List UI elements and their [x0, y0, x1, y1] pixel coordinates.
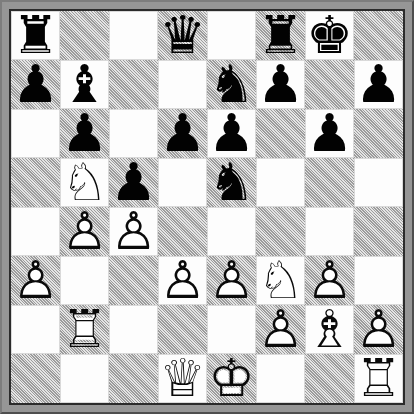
black-rook[interactable]: ♜ [11, 11, 60, 60]
piece-outline-glyph: ♙ [256, 305, 305, 354]
white-pawn[interactable]: ♟♙ [354, 305, 403, 354]
square-b8[interactable] [60, 11, 109, 60]
square-h6[interactable] [354, 109, 403, 158]
square-h3[interactable] [354, 256, 403, 305]
square-b2[interactable]: ♜♖ [60, 305, 109, 354]
white-pawn[interactable]: ♟♙ [60, 207, 109, 256]
square-h7[interactable]: ♟ [354, 60, 403, 109]
black-king[interactable]: ♚ [305, 11, 354, 60]
square-c6[interactable] [109, 109, 158, 158]
white-pawn[interactable]: ♟♙ [207, 256, 256, 305]
square-e7[interactable]: ♞ [207, 60, 256, 109]
square-a8[interactable]: ♜ [11, 11, 60, 60]
square-b7[interactable]: ♝ [60, 60, 109, 109]
white-rook[interactable]: ♜♖ [354, 354, 403, 403]
black-pawn[interactable]: ♟ [109, 158, 158, 207]
piece-outline-glyph: ♕ [158, 354, 207, 403]
square-c5[interactable]: ♟ [109, 158, 158, 207]
piece-outline-glyph: ♖ [354, 354, 403, 403]
square-h8[interactable] [354, 11, 403, 60]
square-e3[interactable]: ♟♙ [207, 256, 256, 305]
white-pawn[interactable]: ♟♙ [11, 256, 60, 305]
square-c2[interactable] [109, 305, 158, 354]
square-f8[interactable]: ♜ [256, 11, 305, 60]
square-g8[interactable]: ♚ [305, 11, 354, 60]
piece-outline-glyph: ♙ [109, 207, 158, 256]
square-f3[interactable]: ♞♘ [256, 256, 305, 305]
square-a1[interactable] [11, 354, 60, 403]
square-b3[interactable] [60, 256, 109, 305]
white-king[interactable]: ♚♔ [207, 354, 256, 403]
black-pawn[interactable]: ♟ [305, 109, 354, 158]
piece-outline-glyph: ♙ [158, 256, 207, 305]
white-pawn[interactable]: ♟♙ [256, 305, 305, 354]
square-e6[interactable]: ♟ [207, 109, 256, 158]
square-h5[interactable] [354, 158, 403, 207]
square-f4[interactable] [256, 207, 305, 256]
square-a5[interactable] [11, 158, 60, 207]
square-a2[interactable] [11, 305, 60, 354]
square-d2[interactable] [158, 305, 207, 354]
square-a7[interactable]: ♟ [11, 60, 60, 109]
piece-outline-glyph: ♘ [60, 158, 109, 207]
square-c1[interactable] [109, 354, 158, 403]
black-pawn[interactable]: ♟ [207, 109, 256, 158]
white-knight[interactable]: ♞♘ [60, 158, 109, 207]
square-d1[interactable]: ♛♕ [158, 354, 207, 403]
square-d6[interactable]: ♟ [158, 109, 207, 158]
square-e8[interactable] [207, 11, 256, 60]
square-g1[interactable] [305, 354, 354, 403]
black-pawn[interactable]: ♟ [158, 109, 207, 158]
square-b5[interactable]: ♞♘ [60, 158, 109, 207]
square-b4[interactable]: ♟♙ [60, 207, 109, 256]
square-e5[interactable]: ♞ [207, 158, 256, 207]
white-pawn[interactable]: ♟♙ [305, 256, 354, 305]
piece-outline-glyph: ♙ [60, 207, 109, 256]
piece-outline-glyph: ♙ [354, 305, 403, 354]
black-knight[interactable]: ♞ [207, 158, 256, 207]
piece-outline-glyph: ♙ [11, 256, 60, 305]
white-rook[interactable]: ♜♖ [60, 305, 109, 354]
square-d4[interactable] [158, 207, 207, 256]
piece-outline-glyph: ♘ [256, 256, 305, 305]
black-bishop[interactable]: ♝ [60, 60, 109, 109]
square-a3[interactable]: ♟♙ [11, 256, 60, 305]
square-f5[interactable] [256, 158, 305, 207]
white-pawn[interactable]: ♟♙ [158, 256, 207, 305]
square-d7[interactable] [158, 60, 207, 109]
square-h4[interactable] [354, 207, 403, 256]
square-b6[interactable]: ♟ [60, 109, 109, 158]
black-pawn[interactable]: ♟ [11, 60, 60, 109]
square-d5[interactable] [158, 158, 207, 207]
square-c3[interactable] [109, 256, 158, 305]
square-g3[interactable]: ♟♙ [305, 256, 354, 305]
square-d8[interactable]: ♛ [158, 11, 207, 60]
square-g5[interactable] [305, 158, 354, 207]
square-h1[interactable]: ♜♖ [354, 354, 403, 403]
black-pawn[interactable]: ♟ [354, 60, 403, 109]
black-pawn[interactable]: ♟ [256, 60, 305, 109]
square-e2[interactable] [207, 305, 256, 354]
square-c4[interactable]: ♟♙ [109, 207, 158, 256]
white-knight[interactable]: ♞♘ [256, 256, 305, 305]
board-frame: ♜♛♜♚♟♝♞♟♟♟♟♟♟♞♘♟♞♟♙♟♙♟♙♟♙♟♙♞♘♟♙♜♖♟♙♝♗♟♙♛… [0, 0, 414, 414]
white-bishop[interactable]: ♝♗ [305, 305, 354, 354]
chess-board: ♜♛♜♚♟♝♞♟♟♟♟♟♟♞♘♟♞♟♙♟♙♟♙♟♙♟♙♞♘♟♙♜♖♟♙♝♗♟♙♛… [9, 9, 405, 405]
square-g4[interactable] [305, 207, 354, 256]
square-a6[interactable] [11, 109, 60, 158]
square-c7[interactable] [109, 60, 158, 109]
square-e4[interactable] [207, 207, 256, 256]
square-g2[interactable]: ♝♗ [305, 305, 354, 354]
square-h2[interactable]: ♟♙ [354, 305, 403, 354]
black-pawn[interactable]: ♟ [60, 109, 109, 158]
white-queen[interactable]: ♛♕ [158, 354, 207, 403]
square-f1[interactable] [256, 354, 305, 403]
square-f2[interactable]: ♟♙ [256, 305, 305, 354]
black-rook[interactable]: ♜ [256, 11, 305, 60]
piece-outline-glyph: ♙ [305, 256, 354, 305]
square-g6[interactable]: ♟ [305, 109, 354, 158]
square-b1[interactable] [60, 354, 109, 403]
square-c8[interactable] [109, 11, 158, 60]
piece-outline-glyph: ♗ [305, 305, 354, 354]
piece-outline-glyph: ♖ [60, 305, 109, 354]
square-e1[interactable]: ♚♔ [207, 354, 256, 403]
square-g7[interactable] [305, 60, 354, 109]
white-pawn[interactable]: ♟♙ [109, 207, 158, 256]
black-knight[interactable]: ♞ [207, 60, 256, 109]
square-a4[interactable] [11, 207, 60, 256]
piece-outline-glyph: ♔ [207, 354, 256, 403]
square-f7[interactable]: ♟ [256, 60, 305, 109]
black-queen[interactable]: ♛ [158, 11, 207, 60]
square-d3[interactable]: ♟♙ [158, 256, 207, 305]
square-f6[interactable] [256, 109, 305, 158]
piece-outline-glyph: ♙ [207, 256, 256, 305]
